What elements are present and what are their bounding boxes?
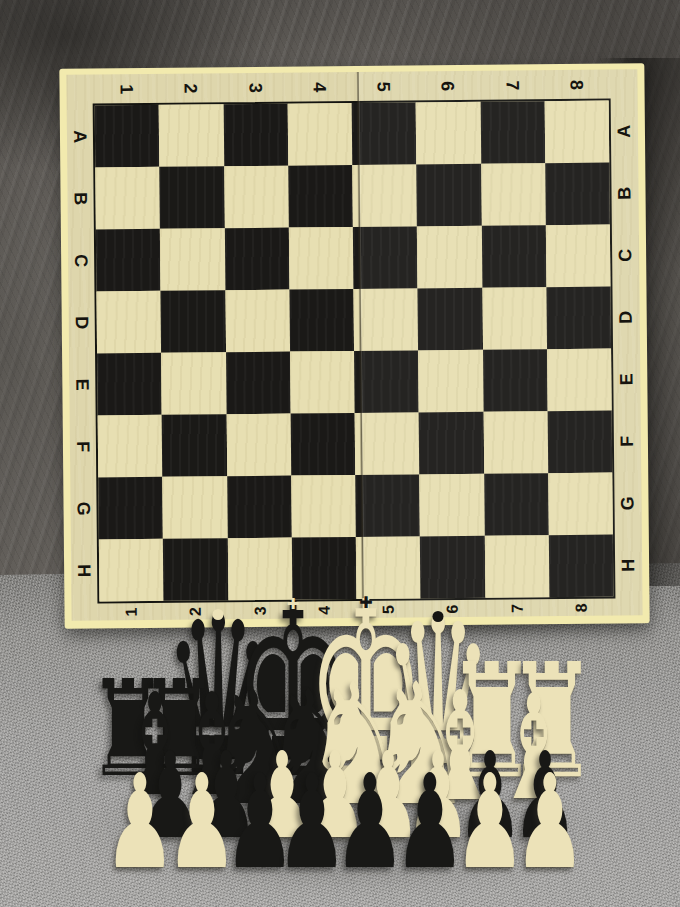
coordinate-label: B (593, 181, 655, 206)
coordinate-label: 1 (113, 57, 140, 121)
board-square (161, 290, 226, 353)
coordinate-label: B (49, 186, 111, 211)
board-square (160, 166, 225, 229)
black-queen-finial (213, 609, 224, 620)
coordinate-label: H (597, 553, 659, 578)
coordinate-label: H (53, 558, 115, 583)
rank-labels-right: ABCDEFGH (612, 100, 641, 596)
photo-scene: 12345678 12345678 ABCDEFGH ABCDEFGH ♛♚♚♛… (0, 0, 680, 907)
board-square (226, 414, 291, 477)
rank-labels-left: ABCDEFGH (68, 106, 97, 602)
coordinate-label: 3 (242, 56, 269, 120)
coordinate-label: G (596, 491, 658, 516)
coordinate-label: E (595, 367, 657, 392)
board-square (162, 414, 227, 477)
board-square (162, 476, 227, 539)
board-square (160, 228, 225, 291)
coordinate-label: 6 (435, 54, 462, 118)
board-square (224, 228, 289, 291)
board-square (290, 351, 355, 414)
coordinate-label: 5 (370, 54, 397, 118)
chess-board: 12345678 12345678 ABCDEFGH ABCDEFGH (59, 63, 649, 629)
coordinate-label: E (51, 372, 113, 397)
coordinate-label: 8 (563, 53, 590, 117)
coordinate-label: 1 (123, 580, 140, 644)
board-square (227, 476, 292, 539)
coordinate-label: D (595, 305, 657, 330)
file-labels-top: 12345678 (94, 72, 608, 103)
white-pawn-8: ♟ (514, 757, 586, 887)
coordinate-label: C (50, 248, 112, 273)
board-square (289, 227, 354, 290)
board-square (224, 166, 289, 229)
board-square (161, 352, 226, 415)
coordinate-label: 4 (306, 55, 333, 119)
coordinate-label: 7 (499, 53, 526, 117)
coordinate-label: A (49, 124, 111, 149)
board-square (225, 290, 290, 353)
board-square (290, 413, 355, 476)
coordinate-label: G (52, 496, 114, 521)
coordinate-label: 2 (178, 56, 205, 120)
coordinate-label: A (593, 119, 655, 144)
white-king-finial: ✚ (359, 595, 372, 611)
coordinate-label: D (51, 310, 113, 335)
board-face: 12345678 12345678 ABCDEFGH ABCDEFGH (66, 69, 642, 620)
board-square (291, 475, 356, 538)
board-right-half (359, 69, 642, 618)
board-square (226, 352, 291, 415)
coordinate-label: C (594, 243, 656, 268)
black-king-finial: ✚ (287, 597, 300, 612)
board-square (288, 165, 353, 228)
coordinate-label: F (596, 429, 658, 454)
coordinate-label: F (52, 434, 114, 459)
white-queen-finial (433, 611, 444, 622)
board-square (289, 289, 354, 352)
